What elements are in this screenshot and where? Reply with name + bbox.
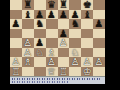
square-b5[interactable] <box>22 29 34 39</box>
square-h1[interactable] <box>93 67 105 77</box>
square-a8[interactable] <box>10 0 22 10</box>
game-info-bar <box>10 76 105 84</box>
piece-black-pawn[interactable]: ♟ <box>59 10 68 19</box>
piece-white-bishop[interactable]: ♗ <box>23 57 32 66</box>
square-c8[interactable] <box>34 0 46 10</box>
piece-black-pawn[interactable]: ♟ <box>35 10 44 19</box>
square-f2[interactable]: ♙ <box>69 57 81 67</box>
piece-black-bishop[interactable]: ♝ <box>83 10 92 19</box>
piece-black-queen[interactable]: ♛ <box>47 0 56 9</box>
square-c7[interactable]: ♟ <box>34 10 46 20</box>
piece-white-pawn[interactable]: ♙ <box>23 48 32 57</box>
piece-white-rook[interactable]: ♖ <box>59 67 68 76</box>
square-c2[interactable] <box>34 57 46 67</box>
piece-black-knight[interactable]: ♞ <box>35 19 44 28</box>
square-c4[interactable]: ♟ <box>34 38 46 48</box>
info-text-line-1 <box>12 78 102 80</box>
piece-black-pawn[interactable]: ♟ <box>47 10 56 19</box>
square-f6[interactable]: ♞ <box>69 19 81 29</box>
square-h3[interactable] <box>93 48 105 58</box>
piece-black-knight[interactable]: ♞ <box>71 19 80 28</box>
square-a4[interactable] <box>10 38 22 48</box>
square-d8[interactable]: ♛ <box>46 0 58 10</box>
square-d1[interactable]: ♕ <box>46 67 58 77</box>
chess-board[interactable]: ♜♛♜♚♝♟♟♟♟♝♟♞♞♟♟♙♟♙♙♘♗♘♙♗♙♙♙♙♖♕♖♔ <box>10 0 105 76</box>
square-g1[interactable]: ♔ <box>81 67 93 77</box>
square-f5[interactable] <box>69 29 81 39</box>
piece-black-pawn[interactable]: ♟ <box>35 38 44 47</box>
app-window: ♜♛♜♚♝♟♟♟♟♝♟♞♞♟♟♙♟♙♙♘♗♘♙♗♙♙♙♙♖♕♖♔ <box>0 0 120 90</box>
piece-white-pawn[interactable]: ♙ <box>47 57 56 66</box>
piece-white-queen[interactable]: ♕ <box>47 67 56 76</box>
letterbox-right <box>105 0 120 90</box>
square-a5[interactable] <box>10 29 22 39</box>
square-e5[interactable]: ♟ <box>58 29 70 39</box>
square-g2[interactable]: ♙ <box>81 57 93 67</box>
piece-black-bishop[interactable]: ♝ <box>23 10 32 19</box>
piece-white-king[interactable]: ♔ <box>83 67 92 76</box>
square-e1[interactable]: ♖ <box>58 67 70 77</box>
piece-black-rook[interactable]: ♜ <box>23 0 32 9</box>
piece-white-pawn[interactable]: ♙ <box>59 38 68 47</box>
square-d6[interactable] <box>46 19 58 29</box>
piece-white-pawn[interactable]: ♙ <box>83 57 92 66</box>
square-h8[interactable] <box>93 0 105 10</box>
square-f8[interactable] <box>69 0 81 10</box>
piece-black-king[interactable]: ♚ <box>83 0 92 9</box>
piece-black-pawn[interactable]: ♟ <box>59 29 68 38</box>
square-g3[interactable] <box>81 48 93 58</box>
piece-black-rook[interactable]: ♜ <box>59 0 68 9</box>
square-d3[interactable]: ♗ <box>46 48 58 58</box>
square-e2[interactable] <box>58 57 70 67</box>
square-f3[interactable]: ♘ <box>69 48 81 58</box>
square-h5[interactable] <box>93 29 105 39</box>
square-b2[interactable]: ♗ <box>22 57 34 67</box>
square-h4[interactable] <box>93 38 105 48</box>
square-e8[interactable]: ♜ <box>58 0 70 10</box>
square-g4[interactable] <box>81 38 93 48</box>
square-e4[interactable]: ♙ <box>58 38 70 48</box>
square-c3[interactable]: ♘ <box>34 48 46 58</box>
square-b4[interactable]: ♙ <box>22 38 34 48</box>
piece-black-pawn[interactable]: ♟ <box>11 19 20 28</box>
square-a1[interactable]: ♖ <box>10 67 22 77</box>
square-d4[interactable] <box>46 38 58 48</box>
square-g6[interactable] <box>81 19 93 29</box>
square-b7[interactable]: ♝ <box>22 10 34 20</box>
square-g7[interactable]: ♝ <box>81 10 93 20</box>
square-e6[interactable] <box>58 19 70 29</box>
piece-white-knight[interactable]: ♘ <box>35 48 44 57</box>
info-text-line-2 <box>12 81 68 83</box>
square-h2[interactable]: ♙ <box>93 57 105 67</box>
square-d5[interactable] <box>46 29 58 39</box>
square-c1[interactable] <box>34 67 46 77</box>
square-b6[interactable] <box>22 19 34 29</box>
piece-white-pawn[interactable]: ♙ <box>23 38 32 47</box>
square-g5[interactable] <box>81 29 93 39</box>
square-e7[interactable]: ♟ <box>58 10 70 20</box>
piece-white-knight[interactable]: ♘ <box>71 48 80 57</box>
square-d2[interactable]: ♙ <box>46 57 58 67</box>
square-a6[interactable]: ♟ <box>10 19 22 29</box>
square-a2[interactable]: ♙ <box>10 57 22 67</box>
square-d7[interactable]: ♟ <box>46 10 58 20</box>
square-c6[interactable]: ♞ <box>34 19 46 29</box>
square-f4[interactable] <box>69 38 81 48</box>
square-f1[interactable] <box>69 67 81 77</box>
piece-white-rook[interactable]: ♖ <box>11 67 20 76</box>
square-a3[interactable] <box>10 48 22 58</box>
square-b3[interactable]: ♙ <box>22 48 34 58</box>
square-g8[interactable]: ♚ <box>81 0 93 10</box>
square-h6[interactable]: ♟ <box>93 19 105 29</box>
square-b1[interactable] <box>22 67 34 77</box>
square-f7[interactable]: ♟ <box>69 10 81 20</box>
square-c5[interactable] <box>34 29 46 39</box>
piece-white-pawn[interactable]: ♙ <box>95 57 104 66</box>
square-b8[interactable]: ♜ <box>22 0 34 10</box>
square-h7[interactable] <box>93 10 105 20</box>
piece-white-bishop[interactable]: ♗ <box>47 48 56 57</box>
letterbox-left <box>0 0 10 90</box>
square-e3[interactable] <box>58 48 70 58</box>
piece-white-pawn[interactable]: ♙ <box>11 57 20 66</box>
square-a7[interactable] <box>10 10 22 20</box>
piece-black-pawn[interactable]: ♟ <box>71 10 80 19</box>
piece-white-pawn[interactable]: ♙ <box>71 57 80 66</box>
piece-black-pawn[interactable]: ♟ <box>95 19 104 28</box>
